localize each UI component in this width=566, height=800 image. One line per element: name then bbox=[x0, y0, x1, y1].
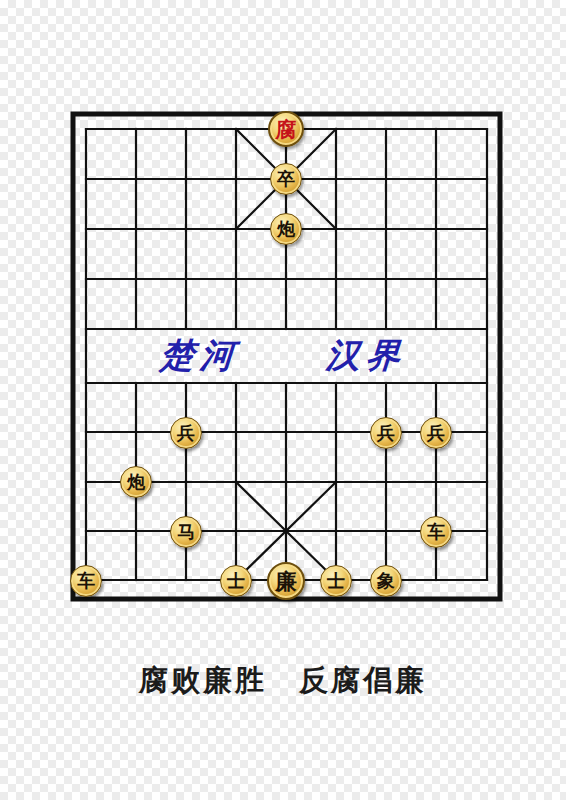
piece-elephant-file6-rank9[interactable]: 象 bbox=[370, 565, 402, 597]
piece-pawn-file7-rank6[interactable]: 兵 bbox=[420, 417, 452, 449]
caption: 腐败廉胜 反腐倡廉 bbox=[0, 663, 566, 698]
piece-general-file4-rank0[interactable]: 腐 bbox=[268, 111, 304, 147]
piece-general-file4-rank9[interactable]: 廉 bbox=[267, 562, 305, 600]
piece-pawn-file6-rank6[interactable]: 兵 bbox=[370, 417, 402, 449]
piece-pawn-file4-rank1[interactable]: 卒 bbox=[270, 163, 302, 195]
piece-pawn-file2-rank6[interactable]: 兵 bbox=[170, 417, 202, 449]
piece-advisor-file5-rank9[interactable]: 士 bbox=[320, 565, 352, 597]
piece-advisor-file3-rank9[interactable]: 士 bbox=[220, 565, 252, 597]
piece-cannon-file1-rank7[interactable]: 炮 bbox=[120, 466, 152, 498]
piece-chariot-file7-rank8[interactable]: 车 bbox=[420, 516, 452, 548]
piece-horse-file2-rank8[interactable]: 马 bbox=[170, 516, 202, 548]
artboard: 楚河 汉界 腐卒炮兵兵兵炮马车车士廉士象 腐败廉胜 反腐倡廉 bbox=[0, 0, 566, 800]
pieces-layer: 腐卒炮兵兵兵炮马车车士廉士象 bbox=[61, 104, 511, 605]
piece-chariot-file0-rank9[interactable]: 车 bbox=[70, 565, 102, 597]
piece-cannon-file4-rank2[interactable]: 炮 bbox=[270, 213, 302, 245]
